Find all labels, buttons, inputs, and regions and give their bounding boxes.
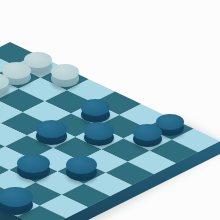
checker-piece-dark[interactable] (81, 99, 110, 122)
checker-piece-dark[interactable] (66, 156, 98, 181)
light-piece-top (51, 64, 79, 80)
checker-piece-dark[interactable] (17, 154, 50, 180)
checker-piece-dark[interactable] (84, 122, 114, 146)
checker-piece-dark[interactable] (133, 124, 162, 147)
checker-piece-light[interactable] (51, 64, 79, 87)
dark-piece-top (17, 154, 50, 173)
dark-piece-top (36, 120, 67, 138)
dark-piece-top (84, 122, 114, 139)
checker-piece-dark[interactable] (36, 120, 67, 145)
dark-piece-top (81, 99, 110, 116)
dark-piece-top (133, 124, 162, 141)
checker-piece-dark[interactable] (0, 187, 33, 215)
checker-piece-light[interactable] (0, 73, 9, 97)
checkers-product-photo: { "game": "checkers", "scene": { "backgr… (0, 0, 220, 220)
